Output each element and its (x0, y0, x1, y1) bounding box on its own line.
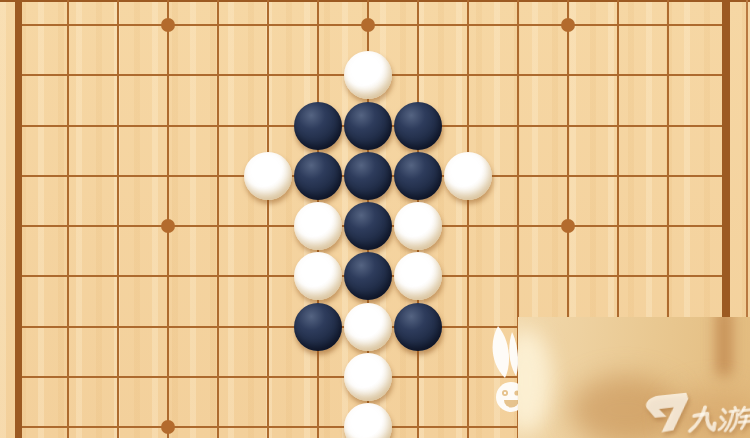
star-point (161, 420, 175, 434)
black-stone (344, 102, 392, 150)
grid-vline (117, 0, 119, 438)
black-stone (394, 303, 442, 351)
jiuyou-logo-icon (636, 389, 693, 436)
board-top-edge-line (0, 0, 750, 2)
white-stone (344, 403, 392, 438)
black-stone (344, 152, 392, 200)
white-stone (344, 51, 392, 99)
black-stone (294, 102, 342, 150)
black-stone (394, 102, 442, 150)
black-stone (344, 252, 392, 300)
white-stone (294, 202, 342, 250)
game-screenshot (0, 0, 750, 438)
white-stone (394, 252, 442, 300)
blur-blob (716, 317, 732, 377)
white-stone (344, 353, 392, 401)
black-stone (394, 152, 442, 200)
star-point (561, 18, 575, 32)
black-stone (344, 202, 392, 250)
black-stone (294, 303, 342, 351)
star-point (561, 219, 575, 233)
blur-blob (518, 329, 552, 433)
jiuyou-logo-char-jiu (686, 402, 721, 436)
grid-vline (67, 0, 69, 438)
grid-vline (267, 0, 269, 438)
white-stone (394, 202, 442, 250)
white-stone (444, 152, 492, 200)
jiuyou-logo (636, 389, 750, 436)
grid-vline (217, 0, 219, 438)
white-stone (344, 303, 392, 351)
white-stone (294, 252, 342, 300)
white-stone (244, 152, 292, 200)
board-left-border (15, 0, 22, 438)
grid-vline (467, 0, 469, 438)
star-point (361, 18, 375, 32)
star-point (161, 18, 175, 32)
black-stone (294, 152, 342, 200)
star-point (161, 219, 175, 233)
jiuyou-logo-char-you (716, 402, 750, 436)
